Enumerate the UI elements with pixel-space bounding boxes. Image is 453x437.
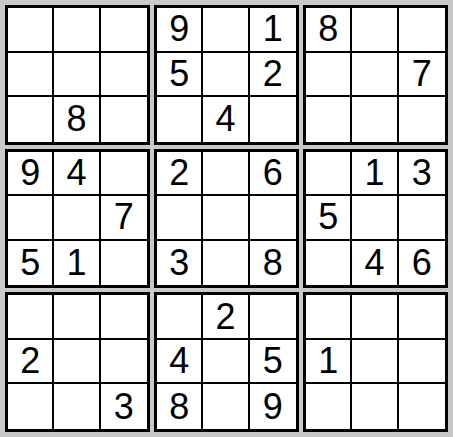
cell-r6c9: 6 (399, 241, 445, 286)
sudoku-board: 891524879475126381354623245891 (0, 0, 453, 437)
cell-r6c7[interactable] (306, 241, 352, 286)
cell-r4c8: 1 (352, 152, 398, 197)
cell-r5c9[interactable] (399, 196, 445, 241)
cell-r4c7[interactable] (306, 152, 352, 197)
cell-r7c1[interactable] (8, 295, 54, 340)
cell-r4c4: 2 (157, 152, 203, 197)
cell-r7c5: 2 (203, 295, 249, 340)
cell-r8c9[interactable] (399, 340, 445, 385)
box-r2c1: 94751 (5, 149, 150, 289)
cell-r9c4: 8 (157, 384, 203, 429)
cell-r3c4[interactable] (157, 97, 203, 142)
cell-r6c8: 4 (352, 241, 398, 286)
cell-r2c1[interactable] (8, 53, 54, 98)
cell-r7c2[interactable] (54, 295, 100, 340)
cell-r6c4: 3 (157, 241, 203, 286)
cell-r1c2[interactable] (54, 8, 100, 53)
box-r2c3: 13546 (303, 149, 448, 289)
cell-r2c2[interactable] (54, 53, 100, 98)
cell-r3c2: 8 (54, 97, 100, 142)
cell-r4c9: 3 (399, 152, 445, 197)
cell-r3c8[interactable] (352, 97, 398, 142)
cell-r5c2[interactable] (54, 196, 100, 241)
cell-r5c1[interactable] (8, 196, 54, 241)
cell-r1c1[interactable] (8, 8, 54, 53)
box-r3c2: 24589 (154, 292, 299, 432)
cell-r7c9[interactable] (399, 295, 445, 340)
cell-r8c4: 4 (157, 340, 203, 385)
cell-r1c3[interactable] (101, 8, 147, 53)
cell-r1c9[interactable] (399, 8, 445, 53)
cell-r1c6: 1 (250, 8, 296, 53)
cell-r1c8[interactable] (352, 8, 398, 53)
cell-r8c6: 5 (250, 340, 296, 385)
cell-r8c2[interactable] (54, 340, 100, 385)
cell-r8c8[interactable] (352, 340, 398, 385)
cell-r2c3[interactable] (101, 53, 147, 98)
cell-r6c1: 5 (8, 241, 54, 286)
box-r1c3: 87 (303, 5, 448, 145)
cell-r4c3[interactable] (101, 152, 147, 197)
cell-r7c8[interactable] (352, 295, 398, 340)
cell-r4c5[interactable] (203, 152, 249, 197)
cell-r5c4[interactable] (157, 196, 203, 241)
cell-r5c8[interactable] (352, 196, 398, 241)
cell-r9c5[interactable] (203, 384, 249, 429)
cell-r4c6: 6 (250, 152, 296, 197)
cell-r8c7: 1 (306, 340, 352, 385)
box-r3c1: 23 (5, 292, 150, 432)
cell-r3c3[interactable] (101, 97, 147, 142)
cell-r6c2: 1 (54, 241, 100, 286)
cell-r2c7[interactable] (306, 53, 352, 98)
cell-r9c8[interactable] (352, 384, 398, 429)
cell-r9c1[interactable] (8, 384, 54, 429)
cell-r3c9[interactable] (399, 97, 445, 142)
cell-r2c5[interactable] (203, 53, 249, 98)
cell-r6c5[interactable] (203, 241, 249, 286)
cell-r9c7[interactable] (306, 384, 352, 429)
cell-r8c1: 2 (8, 340, 54, 385)
cell-r2c6: 2 (250, 53, 296, 98)
cell-r6c3[interactable] (101, 241, 147, 286)
cell-r5c3: 7 (101, 196, 147, 241)
cell-r7c6[interactable] (250, 295, 296, 340)
cell-r1c5[interactable] (203, 8, 249, 53)
box-r1c2: 91524 (154, 5, 299, 145)
cell-r2c9: 7 (399, 53, 445, 98)
cell-r2c4: 5 (157, 53, 203, 98)
cell-r4c2: 4 (54, 152, 100, 197)
cell-r9c9[interactable] (399, 384, 445, 429)
cell-r5c7: 5 (306, 196, 352, 241)
box-r1c1: 8 (5, 5, 150, 145)
cell-r9c2[interactable] (54, 384, 100, 429)
cell-r6c6: 8 (250, 241, 296, 286)
cell-r8c3[interactable] (101, 340, 147, 385)
cell-r2c8[interactable] (352, 53, 398, 98)
cell-r8c5[interactable] (203, 340, 249, 385)
cell-r7c3[interactable] (101, 295, 147, 340)
cell-r3c1[interactable] (8, 97, 54, 142)
cell-r3c5: 4 (203, 97, 249, 142)
cell-r3c6[interactable] (250, 97, 296, 142)
cell-r1c4: 9 (157, 8, 203, 53)
cell-r5c5[interactable] (203, 196, 249, 241)
cell-r9c3: 3 (101, 384, 147, 429)
cell-r9c6: 9 (250, 384, 296, 429)
cell-r7c7[interactable] (306, 295, 352, 340)
cell-r4c1: 9 (8, 152, 54, 197)
cell-r5c6[interactable] (250, 196, 296, 241)
cell-r1c7: 8 (306, 8, 352, 53)
cell-r7c4[interactable] (157, 295, 203, 340)
box-r3c3: 1 (303, 292, 448, 432)
box-r2c2: 2638 (154, 149, 299, 289)
cell-r3c7[interactable] (306, 97, 352, 142)
